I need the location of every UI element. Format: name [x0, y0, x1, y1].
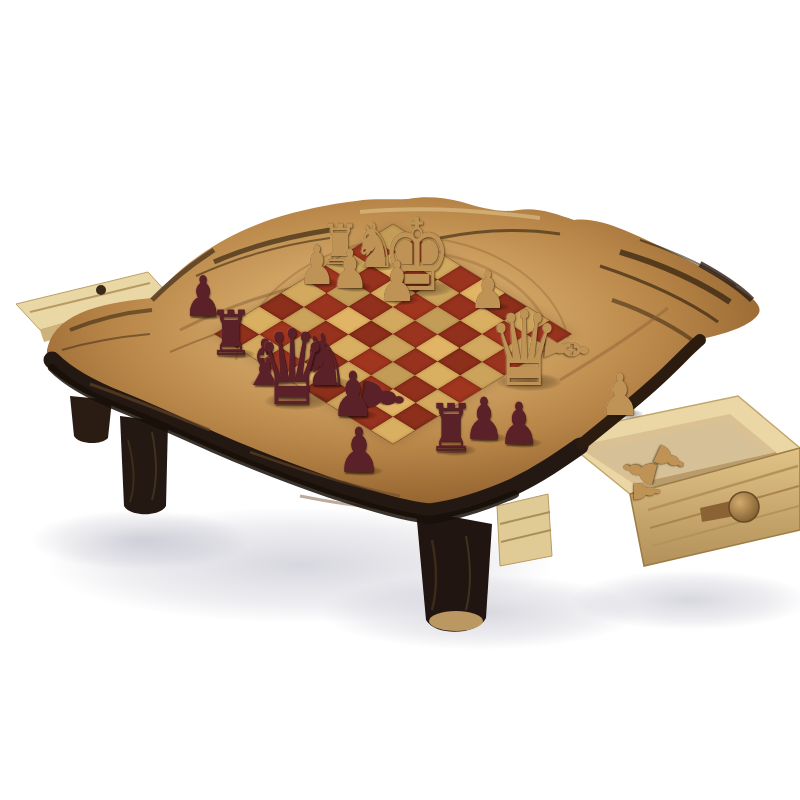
left-leg [120, 416, 168, 514]
scene: ♟♜♟♞♟♚♟♛♝♟♟♟♟♟♜♝♛♞♟♟♟♜♟♟ [0, 0, 800, 800]
drawer-rails [497, 494, 552, 566]
front-leg-cut [429, 611, 483, 631]
left-drawer-knob [96, 285, 106, 295]
drawer-knob [729, 492, 759, 522]
